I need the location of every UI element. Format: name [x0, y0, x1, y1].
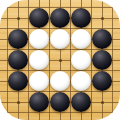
black-stone	[92, 71, 113, 92]
black-stone	[8, 71, 29, 92]
star-point	[17, 17, 20, 20]
white-stone	[71, 29, 92, 50]
black-stone	[71, 8, 92, 29]
black-stone	[29, 92, 50, 113]
white-stone	[50, 29, 71, 50]
star-point	[59, 59, 62, 62]
white-stone	[29, 71, 50, 92]
star-point	[101, 101, 104, 104]
white-stone	[50, 71, 71, 92]
black-stone	[92, 29, 113, 50]
black-stone	[92, 50, 113, 71]
white-stone	[29, 29, 50, 50]
grid-line-vertical	[112, 0, 113, 120]
white-stone	[71, 71, 92, 92]
star-point	[17, 101, 20, 104]
black-stone	[71, 92, 92, 113]
grid-line-horizontal	[0, 112, 120, 113]
white-stone	[71, 50, 92, 71]
white-stone	[29, 50, 50, 71]
go-app-icon[interactable]	[0, 0, 120, 120]
board-grid	[0, 0, 120, 120]
black-stone	[50, 92, 71, 113]
black-stone	[50, 8, 71, 29]
black-stone	[29, 8, 50, 29]
star-point	[101, 17, 104, 20]
black-stone	[8, 50, 29, 71]
black-stone	[8, 29, 29, 50]
